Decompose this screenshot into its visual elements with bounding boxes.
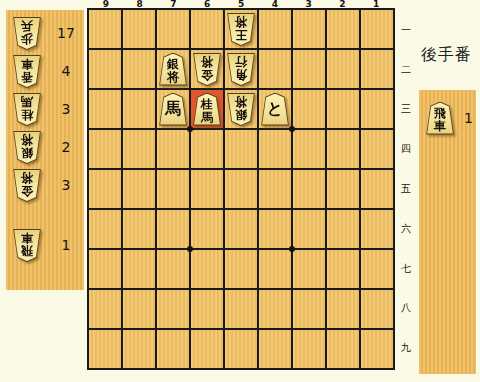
sente-silver: 銀将 <box>158 53 188 86</box>
piece-kanji: 飛車 <box>21 231 33 257</box>
sente-knight: 桂馬 <box>192 93 222 126</box>
cell-7-3[interactable]: 馬 <box>157 90 189 128</box>
rank-label-五: 五 <box>399 169 413 209</box>
gote-silver: 銀将 <box>6 131 48 164</box>
rank-label-八: 八 <box>399 288 413 328</box>
cell-3-5[interactable] <box>293 170 325 208</box>
cell-7-2[interactable]: 銀将 <box>157 50 189 88</box>
gote-bishop: 角行 <box>226 53 256 86</box>
piece-kanji: 金将 <box>201 55 213 81</box>
cell-9-3[interactable] <box>89 90 121 128</box>
sente-rook: 飛車 <box>419 102 461 135</box>
cell-6-5[interactable] <box>191 170 223 208</box>
cell-4-4[interactable] <box>259 130 291 168</box>
hand-count: 1 <box>48 237 84 253</box>
cell-6-2[interactable]: 金将 <box>191 50 223 88</box>
gote-rook: 飛車 <box>6 229 48 262</box>
cell-6-7[interactable] <box>191 250 223 288</box>
cell-6-6[interactable] <box>191 210 223 248</box>
gote-hand-pawn[interactable]: 歩兵17 <box>6 14 84 52</box>
piece-body: 金将 <box>12 169 42 202</box>
piece-body: 銀将 <box>158 53 188 86</box>
cell-1-1[interactable] <box>361 10 393 48</box>
sente-promoted-bishop: 馬 <box>158 93 188 126</box>
piece-body: 桂馬 <box>12 93 42 126</box>
piece-body: 香車 <box>12 55 42 88</box>
piece-body: と <box>260 93 290 126</box>
piece-face: 馬 <box>159 94 187 125</box>
rank-label-九: 九 <box>399 328 413 368</box>
cell-1-3[interactable] <box>361 90 393 128</box>
cell-7-6[interactable] <box>157 210 189 248</box>
cell-8-7[interactable] <box>123 250 155 288</box>
cell-2-1[interactable] <box>327 10 359 48</box>
cell-1-7[interactable] <box>361 250 393 288</box>
cell-4-2[interactable] <box>259 50 291 88</box>
cell-3-2[interactable] <box>293 50 325 88</box>
cell-4-3[interactable]: と <box>259 90 291 128</box>
gote-lance: 香車 <box>6 55 48 88</box>
turn-indicator: 後手番 <box>421 45 472 66</box>
piece-face: 歩兵 <box>13 18 41 49</box>
piece-face: 香車 <box>13 56 41 87</box>
gote-pawn: 歩兵 <box>6 17 48 50</box>
piece-face: 王将 <box>227 14 255 45</box>
shogi-board: 王将銀将金将角行馬桂馬銀将と <box>87 8 395 370</box>
gote-captured-stand: 歩兵17香車4桂馬3銀将2金将3飛車1 <box>6 10 84 290</box>
piece-face: 銀将 <box>13 132 41 163</box>
piece-kanji: 歩兵 <box>21 19 33 45</box>
cell-6-9[interactable] <box>191 330 223 368</box>
cell-5-6[interactable] <box>225 210 257 248</box>
cell-1-5[interactable] <box>361 170 393 208</box>
cell-2-4[interactable] <box>327 130 359 168</box>
cell-7-9[interactable] <box>157 330 189 368</box>
piece-face: 飛車 <box>426 103 454 134</box>
piece-kanji: 飛車 <box>434 107 446 133</box>
cell-2-2[interactable] <box>327 50 359 88</box>
cell-9-1[interactable] <box>89 10 121 48</box>
cell-3-3[interactable] <box>293 90 325 128</box>
piece-body: 銀将 <box>226 93 256 126</box>
cell-9-6[interactable] <box>89 210 121 248</box>
cell-7-7[interactable] <box>157 250 189 288</box>
cell-5-2[interactable]: 角行 <box>225 50 257 88</box>
cell-4-6[interactable] <box>259 210 291 248</box>
piece-kanji: 角行 <box>235 55 247 81</box>
piece-body: 角行 <box>226 53 256 86</box>
rank-labels: 一二三四五六七八九 <box>399 10 413 368</box>
piece-face: 金将 <box>13 170 41 201</box>
cell-5-8[interactable] <box>225 290 257 328</box>
gote-hand-rook[interactable]: 飛車1 <box>6 226 84 264</box>
cell-1-4[interactable] <box>361 130 393 168</box>
piece-kanji: 香車 <box>21 57 33 83</box>
piece-body: 金将 <box>192 53 222 86</box>
rank-label-六: 六 <box>399 209 413 249</box>
hand-count: 1 <box>461 110 476 126</box>
piece-kanji: 桂馬 <box>21 95 33 121</box>
sente-hand-rook[interactable]: 飛車1 <box>419 99 476 137</box>
cell-2-7[interactable] <box>327 250 359 288</box>
cell-1-6[interactable] <box>361 210 393 248</box>
cell-9-8[interactable] <box>89 290 121 328</box>
cell-5-5[interactable] <box>225 170 257 208</box>
cell-3-9[interactable] <box>293 330 325 368</box>
piece-body: 飛車 <box>425 102 455 135</box>
cell-8-9[interactable] <box>123 330 155 368</box>
gote-hand-silver[interactable]: 銀将2 <box>6 128 84 166</box>
cell-8-4[interactable] <box>123 130 155 168</box>
cell-8-5[interactable] <box>123 170 155 208</box>
hand-count: 3 <box>48 177 84 193</box>
piece-body: 王将 <box>226 13 256 46</box>
cell-9-9[interactable] <box>89 330 121 368</box>
piece-kanji: と <box>267 101 283 117</box>
rank-label-七: 七 <box>399 249 413 289</box>
cell-3-7[interactable] <box>293 250 325 288</box>
hand-count: 17 <box>48 25 84 41</box>
cell-1-2[interactable] <box>361 50 393 88</box>
piece-kanji: 銀将 <box>167 58 179 84</box>
cell-9-2[interactable] <box>89 50 121 88</box>
cell-3-8[interactable] <box>293 290 325 328</box>
piece-face: 角行 <box>227 54 255 85</box>
cell-2-9[interactable] <box>327 330 359 368</box>
gote-hand-lance[interactable]: 香車4 <box>6 52 84 90</box>
cell-8-8[interactable] <box>123 290 155 328</box>
cell-4-9[interactable] <box>259 330 291 368</box>
piece-kanji: 銀将 <box>21 133 33 159</box>
gote-knight: 桂馬 <box>6 93 48 126</box>
cell-4-1[interactable] <box>259 10 291 48</box>
piece-kanji: 桂馬 <box>201 98 213 124</box>
cell-5-3[interactable]: 銀将 <box>225 90 257 128</box>
cell-4-8[interactable] <box>259 290 291 328</box>
cell-8-1[interactable] <box>123 10 155 48</box>
piece-face: 桂馬 <box>13 94 41 125</box>
cell-7-8[interactable] <box>157 290 189 328</box>
cell-1-9[interactable] <box>361 330 393 368</box>
cell-4-5[interactable] <box>259 170 291 208</box>
cell-6-8[interactable] <box>191 290 223 328</box>
piece-face: 銀将 <box>159 54 187 85</box>
cell-9-4[interactable] <box>89 130 121 168</box>
cell-7-1[interactable] <box>157 10 189 48</box>
cell-9-5[interactable] <box>89 170 121 208</box>
piece-face: と <box>261 94 289 125</box>
cell-7-4[interactable] <box>157 130 189 168</box>
rank-label-三: 三 <box>399 90 413 130</box>
star-point <box>187 246 193 252</box>
cell-1-8[interactable] <box>361 290 393 328</box>
cell-7-5[interactable] <box>157 170 189 208</box>
rank-label-一: 一 <box>399 10 413 50</box>
piece-body: 桂馬 <box>192 93 222 126</box>
piece-kanji: 銀将 <box>235 95 247 121</box>
cell-5-1[interactable]: 王将 <box>225 10 257 48</box>
piece-body: 歩兵 <box>12 17 42 50</box>
gote-hand-gold[interactable]: 金将3 <box>6 166 84 204</box>
rank-label-二: 二 <box>399 50 413 90</box>
gote-king: 王将 <box>226 13 256 46</box>
star-point <box>289 126 295 132</box>
sente-captured-stand: 飛車1 <box>419 90 476 374</box>
gote-gold: 金将 <box>192 53 222 86</box>
piece-face: 桂馬 <box>193 94 221 125</box>
shogi-diagram: 987654321 王将銀将金将角行馬桂馬銀将と 一二三四五六七八九 歩兵17香… <box>0 0 480 382</box>
rank-label-四: 四 <box>399 129 413 169</box>
piece-face: 銀将 <box>227 94 255 125</box>
piece-kanji: 王将 <box>235 15 247 41</box>
gote-hand-knight[interactable]: 桂馬3 <box>6 90 84 128</box>
cell-4-7[interactable] <box>259 250 291 288</box>
gote-silver: 銀将 <box>226 93 256 126</box>
cell-9-7[interactable] <box>89 250 121 288</box>
star-point <box>289 246 295 252</box>
cell-5-9[interactable] <box>225 330 257 368</box>
cell-2-6[interactable] <box>327 210 359 248</box>
star-point <box>187 126 193 132</box>
cell-3-6[interactable] <box>293 210 325 248</box>
gote-gold: 金将 <box>6 169 48 202</box>
piece-face: 金将 <box>193 54 221 85</box>
cell-5-7[interactable] <box>225 250 257 288</box>
cell-3-4[interactable] <box>293 130 325 168</box>
hand-count: 4 <box>48 63 84 79</box>
piece-body: 銀将 <box>12 131 42 164</box>
cell-8-6[interactable] <box>123 210 155 248</box>
cell-3-1[interactable] <box>293 10 325 48</box>
piece-body: 飛車 <box>12 229 42 262</box>
piece-face: 飛車 <box>13 230 41 261</box>
cell-8-2[interactable] <box>123 50 155 88</box>
piece-kanji: 馬 <box>165 101 181 117</box>
cell-6-3[interactable]: 桂馬 <box>191 90 223 128</box>
cell-5-4[interactable] <box>225 130 257 168</box>
sente-tokin: と <box>260 93 290 126</box>
cell-6-4[interactable] <box>191 130 223 168</box>
cell-2-3[interactable] <box>327 90 359 128</box>
hand-count: 2 <box>48 139 84 155</box>
cell-8-3[interactable] <box>123 90 155 128</box>
hand-count: 3 <box>48 101 84 117</box>
cell-6-1[interactable] <box>191 10 223 48</box>
cell-2-8[interactable] <box>327 290 359 328</box>
piece-body: 馬 <box>158 93 188 126</box>
cell-2-5[interactable] <box>327 170 359 208</box>
piece-kanji: 金将 <box>21 171 33 197</box>
